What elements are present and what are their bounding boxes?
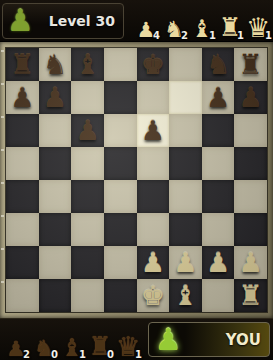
square-e4[interactable] (137, 180, 170, 213)
square-b1[interactable] (39, 279, 72, 312)
square-f4[interactable] (169, 180, 202, 213)
black-pawn: ♟ (141, 117, 165, 144)
square-e7[interactable] (137, 81, 170, 114)
square-d2[interactable] (104, 246, 137, 279)
chess-board-frame: ♜♞♝♚♞♜♟♟♟♟♟♟♟♟♟♟♚♝♜ (0, 42, 273, 318)
square-c3[interactable] (71, 213, 104, 246)
player-turn-pawn-icon: ♟ (155, 325, 182, 355)
square-g1[interactable] (202, 279, 235, 312)
square-b6[interactable] (39, 114, 72, 147)
square-f1[interactable]: ♝ (169, 279, 202, 312)
captured-pawn-count: 4 (153, 30, 160, 41)
captured-pawn-count: 2 (23, 349, 30, 360)
square-h1[interactable]: ♜ (234, 279, 267, 312)
black-knight: ♞ (43, 51, 67, 78)
square-h5[interactable] (234, 147, 267, 180)
white-bishop: ♝ (173, 282, 197, 309)
captured-knight-slot: ♞2 (160, 3, 188, 41)
square-c5[interactable] (71, 147, 104, 180)
square-g4[interactable] (202, 180, 235, 213)
square-b3[interactable] (39, 213, 72, 246)
black-knight: ♞ (206, 51, 230, 78)
captured-bishop-slot: ♝1 (188, 3, 216, 41)
square-f3[interactable] (169, 213, 202, 246)
black-pawn: ♟ (10, 84, 34, 111)
square-c8[interactable]: ♝ (71, 48, 104, 81)
square-e2[interactable]: ♟ (137, 246, 170, 279)
square-a1[interactable] (6, 279, 39, 312)
square-a2[interactable] (6, 246, 39, 279)
captured-rook-slot: ♜0 (86, 322, 114, 360)
square-d4[interactable] (104, 180, 137, 213)
square-b8[interactable]: ♞ (39, 48, 72, 81)
square-d1[interactable] (104, 279, 137, 312)
square-f5[interactable] (169, 147, 202, 180)
square-a4[interactable] (6, 180, 39, 213)
square-h2[interactable]: ♟ (234, 246, 267, 279)
black-pawn: ♟ (239, 84, 263, 111)
square-c7[interactable] (71, 81, 104, 114)
square-g7[interactable]: ♟ (202, 81, 235, 114)
square-e6[interactable]: ♟ (137, 114, 170, 147)
captured-rook-count: 0 (107, 349, 114, 360)
captured-queen-slot: ♛1 (114, 322, 142, 360)
white-king: ♚ (141, 282, 165, 309)
square-g3[interactable] (202, 213, 235, 246)
captured-knight-count: 0 (51, 349, 58, 360)
captured-bishop-count: 1 (209, 30, 216, 41)
black-pawn: ♟ (75, 117, 99, 144)
square-h3[interactable] (234, 213, 267, 246)
captured-queen-count: 1 (265, 30, 272, 41)
square-h4[interactable] (234, 180, 267, 213)
player-bar: ♟2♞0♝1♜0♛1 ♟ YOU (0, 318, 273, 360)
square-h8[interactable]: ♜ (234, 48, 267, 81)
captured-white-tray: ♟4♞2♝1♜1♛1 (124, 1, 273, 41)
captured-rook-count: 1 (237, 30, 244, 41)
black-pawn: ♟ (206, 84, 230, 111)
square-f7[interactable] (169, 81, 202, 114)
captured-queen-count: 1 (135, 349, 142, 360)
black-bishop: ♝ (75, 51, 99, 78)
square-c2[interactable] (71, 246, 104, 279)
opponent-turn-pawn-icon: ♟ (7, 6, 34, 36)
player-label: YOU (182, 331, 269, 349)
chess-board[interactable]: ♜♞♝♚♞♜♟♟♟♟♟♟♟♟♟♟♚♝♜ (5, 47, 268, 313)
square-g2[interactable]: ♟ (202, 246, 235, 279)
square-a5[interactable] (6, 147, 39, 180)
captured-bishop-count: 1 (79, 349, 86, 360)
opponent-panel: ♟ Level 30 (2, 3, 124, 39)
square-a8[interactable]: ♜ (6, 48, 39, 81)
square-f2[interactable]: ♟ (169, 246, 202, 279)
square-e5[interactable] (137, 147, 170, 180)
black-rook: ♜ (239, 51, 263, 78)
square-h6[interactable] (234, 114, 267, 147)
captured-pawn-slot: ♟2 (2, 322, 30, 360)
captured-rook-slot: ♜1 (216, 3, 244, 41)
square-d7[interactable] (104, 81, 137, 114)
white-pawn: ♟ (206, 249, 230, 276)
chess-app: ♟ Level 30 ♟4♞2♝1♜1♛1 ♜♞♝♚♞♜♟♟♟♟♟♟♟♟♟♟♚♝… (0, 0, 273, 360)
square-g8[interactable]: ♞ (202, 48, 235, 81)
opponent-bar: ♟ Level 30 ♟4♞2♝1♜1♛1 (0, 0, 273, 42)
square-d5[interactable] (104, 147, 137, 180)
white-rook: ♜ (239, 282, 263, 309)
captured-pawn-slot: ♟4 (132, 3, 160, 41)
square-g5[interactable] (202, 147, 235, 180)
black-pawn: ♟ (43, 84, 67, 111)
captured-knight-slot: ♞0 (30, 322, 58, 360)
square-f8[interactable] (169, 48, 202, 81)
square-a6[interactable] (6, 114, 39, 147)
captured-bishop-slot: ♝1 (58, 322, 86, 360)
square-c1[interactable] (71, 279, 104, 312)
white-pawn: ♟ (141, 249, 165, 276)
square-a3[interactable] (6, 213, 39, 246)
white-pawn: ♟ (239, 249, 263, 276)
square-e8[interactable]: ♚ (137, 48, 170, 81)
square-d6[interactable] (104, 114, 137, 147)
square-a7[interactable]: ♟ (6, 81, 39, 114)
opponent-level-label: Level 30 (34, 13, 123, 29)
square-b2[interactable] (39, 246, 72, 279)
black-rook: ♜ (10, 51, 34, 78)
rank-tick-marks (1, 50, 4, 310)
white-pawn: ♟ (173, 249, 197, 276)
square-b5[interactable] (39, 147, 72, 180)
square-h7[interactable]: ♟ (234, 81, 267, 114)
square-c4[interactable] (71, 180, 104, 213)
square-d3[interactable] (104, 213, 137, 246)
player-panel: ♟ YOU (148, 322, 270, 357)
captured-knight-count: 2 (181, 30, 188, 41)
square-e1[interactable]: ♚ (137, 279, 170, 312)
square-e3[interactable] (137, 213, 170, 246)
square-d8[interactable] (104, 48, 137, 81)
square-g6[interactable] (202, 114, 235, 147)
square-b7[interactable]: ♟ (39, 81, 72, 114)
square-f6[interactable] (169, 114, 202, 147)
square-b4[interactable] (39, 180, 72, 213)
black-king: ♚ (141, 51, 165, 78)
captured-queen-slot: ♛1 (244, 3, 272, 41)
captured-black-tray: ♟2♞0♝1♜0♛1 (0, 320, 142, 360)
square-c6[interactable]: ♟ (71, 114, 104, 147)
